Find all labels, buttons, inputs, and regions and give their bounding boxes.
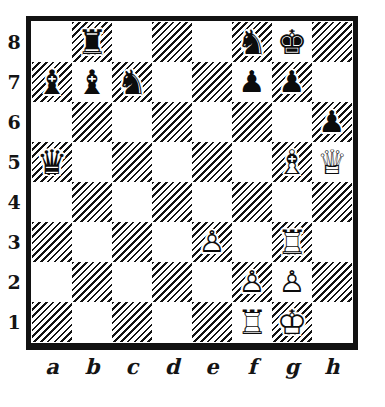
square-c5 [112,142,152,182]
rank-labels: 87654321 [3,22,25,342]
square-b4 [72,182,112,222]
square-f7: ♟ [232,62,272,102]
black-bishop: ♝ [72,62,112,102]
rank-label-1: 1 [3,302,25,342]
square-g5: ♝♗ [272,142,312,182]
file-label-f: f [232,352,272,384]
black-queen: ♛ [32,142,72,182]
white-piece-outline: ♙ [272,262,312,302]
white-pawn: ♟♙ [232,262,272,302]
square-f3 [232,222,272,262]
square-b8: ♜ [72,22,112,62]
square-g7: ♟ [272,62,312,102]
square-d7 [152,62,192,102]
square-c1 [112,302,152,342]
white-rook: ♜♖ [232,302,272,342]
square-d8 [152,22,192,62]
rank-label-4: 4 [3,182,25,222]
white-rook: ♜♖ [272,222,312,262]
square-g8: ♚ [272,22,312,62]
white-piece-outline: ♖ [272,222,312,262]
rank-label-2: 2 [3,262,25,302]
file-label-a: a [32,352,72,384]
chess-diagram-page: 87654321 ♜♞♚♝♝♞♟♟♟♛♝♗♛♕♟♙♜♖♟♙♟♙♜♖♚♔ abcd… [0,0,385,407]
white-queen: ♛♕ [312,142,352,182]
square-d4 [152,182,192,222]
black-rook: ♜ [72,22,112,62]
square-f2: ♟♙ [232,262,272,302]
square-c4 [112,182,152,222]
square-d3 [152,222,192,262]
white-piece-outline: ♙ [232,262,272,302]
square-e8 [192,22,232,62]
square-h1 [312,302,352,342]
square-h6: ♟ [312,102,352,142]
black-king: ♚ [272,22,312,62]
black-knight: ♞ [112,62,152,102]
square-f6 [232,102,272,142]
rank-label-5: 5 [3,142,25,182]
black-pawn: ♟ [232,62,272,102]
square-d1 [152,302,192,342]
white-piece-outline: ♖ [232,302,272,342]
square-a6 [32,102,72,142]
black-bishop: ♝ [32,62,72,102]
square-h8 [312,22,352,62]
square-d2 [152,262,192,302]
square-b5 [72,142,112,182]
square-a3 [32,222,72,262]
square-b6 [72,102,112,142]
square-d6 [152,102,192,142]
square-b2 [72,262,112,302]
square-g6 [272,102,312,142]
square-h2 [312,262,352,302]
file-label-c: c [112,352,152,384]
square-e1 [192,302,232,342]
square-e2 [192,262,232,302]
file-labels: abcdefgh [32,352,352,384]
file-label-b: b [72,352,112,384]
square-g4 [272,182,312,222]
black-knight: ♞ [232,22,272,62]
file-label-d: d [152,352,192,384]
square-a5: ♛ [32,142,72,182]
square-a1 [32,302,72,342]
rank-label-7: 7 [3,62,25,102]
square-f1: ♜♖ [232,302,272,342]
square-d5 [152,142,192,182]
board-frame: ♜♞♚♝♝♞♟♟♟♛♝♗♛♕♟♙♜♖♟♙♟♙♜♖♚♔ [26,16,358,350]
square-h7 [312,62,352,102]
square-c2 [112,262,152,302]
square-e4 [192,182,232,222]
white-piece-outline: ♔ [272,302,312,342]
square-g2: ♟♙ [272,262,312,302]
white-bishop: ♝♗ [272,142,312,182]
square-h3 [312,222,352,262]
rank-label-8: 8 [3,22,25,62]
white-pawn: ♟♙ [272,262,312,302]
square-c3 [112,222,152,262]
square-f5 [232,142,272,182]
square-c7: ♞ [112,62,152,102]
square-c6 [112,102,152,142]
square-a8 [32,22,72,62]
black-pawn: ♟ [272,62,312,102]
white-piece-outline: ♗ [272,142,312,182]
square-a2 [32,262,72,302]
square-g1: ♚♔ [272,302,312,342]
white-piece-outline: ♕ [312,142,352,182]
square-e5 [192,142,232,182]
square-a4 [32,182,72,222]
square-a7: ♝ [32,62,72,102]
square-h4 [312,182,352,222]
file-label-g: g [272,352,312,384]
white-piece-outline: ♙ [192,222,232,262]
chess-board: ♜♞♚♝♝♞♟♟♟♛♝♗♛♕♟♙♜♖♟♙♟♙♜♖♚♔ [32,22,352,342]
square-e7 [192,62,232,102]
square-c8 [112,22,152,62]
square-f8: ♞ [232,22,272,62]
rank-label-3: 3 [3,222,25,262]
white-king: ♚♔ [272,302,312,342]
rank-label-6: 6 [3,102,25,142]
white-pawn: ♟♙ [192,222,232,262]
square-b3 [72,222,112,262]
square-e6 [192,102,232,142]
file-label-h: h [312,352,352,384]
file-label-e: e [192,352,232,384]
square-e3: ♟♙ [192,222,232,262]
black-pawn: ♟ [312,102,352,142]
square-h5: ♛♕ [312,142,352,182]
square-b1 [72,302,112,342]
square-f4 [232,182,272,222]
square-g3: ♜♖ [272,222,312,262]
square-b7: ♝ [72,62,112,102]
